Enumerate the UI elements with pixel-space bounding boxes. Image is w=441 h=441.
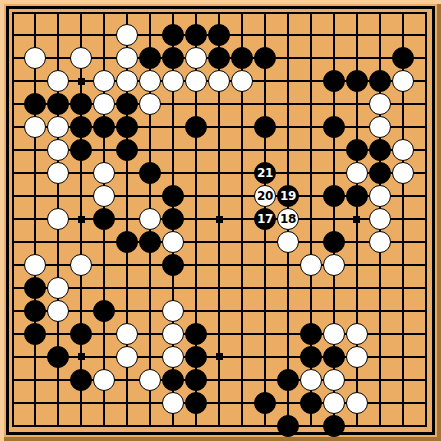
numbered-black-stone: 19 (277, 185, 299, 207)
white-stone (369, 208, 391, 230)
black-stone (369, 70, 391, 92)
white-stone (369, 231, 391, 253)
white-stone (300, 369, 322, 391)
numbered-black-stone: 17 (254, 208, 276, 230)
white-stone (162, 231, 184, 253)
black-stone (277, 415, 299, 437)
black-stone (185, 346, 207, 368)
black-stone (392, 47, 414, 69)
white-stone (116, 323, 138, 345)
grid-line (12, 425, 427, 427)
star-point (216, 216, 223, 223)
white-stone (392, 139, 414, 161)
white-stone (162, 300, 184, 322)
star-point (78, 353, 85, 360)
black-stone (185, 323, 207, 345)
white-stone (346, 346, 368, 368)
black-stone (323, 415, 345, 437)
white-stone (162, 323, 184, 345)
move-number: 17 (257, 213, 273, 225)
numbered-white-stone: 18 (277, 208, 299, 230)
white-stone (346, 323, 368, 345)
white-stone (116, 346, 138, 368)
star-point (78, 216, 85, 223)
grid-line (12, 310, 427, 312)
star-point (78, 78, 85, 85)
black-stone (70, 323, 92, 345)
move-number: 18 (280, 213, 296, 225)
grid-line (425, 12, 427, 427)
white-stone (139, 369, 161, 391)
star-point (216, 353, 223, 360)
black-stone (162, 254, 184, 276)
white-stone (369, 93, 391, 115)
black-stone (277, 369, 299, 391)
black-stone (369, 139, 391, 161)
black-stone (346, 70, 368, 92)
white-stone (277, 231, 299, 253)
black-stone (323, 346, 345, 368)
move-number: 19 (280, 190, 296, 202)
white-stone (392, 70, 414, 92)
move-number: 20 (257, 190, 273, 202)
black-stone (300, 323, 322, 345)
black-stone (185, 392, 207, 414)
go-board: 2120191718 (0, 0, 441, 441)
black-stone (254, 392, 276, 414)
grid-line (12, 241, 427, 243)
white-stone (323, 392, 345, 414)
white-stone (162, 392, 184, 414)
move-number: 21 (257, 167, 273, 179)
black-stone (346, 139, 368, 161)
white-stone (300, 254, 322, 276)
star-point (353, 216, 360, 223)
white-stone (323, 369, 345, 391)
black-stone (47, 346, 69, 368)
white-stone (323, 323, 345, 345)
numbered-white-stone: 20 (254, 185, 276, 207)
white-stone (369, 116, 391, 138)
black-stone (323, 185, 345, 207)
black-stone (300, 392, 322, 414)
numbered-black-stone: 21 (254, 162, 276, 184)
black-stone (93, 300, 115, 322)
white-stone (346, 162, 368, 184)
black-stone (323, 116, 345, 138)
black-stone (162, 369, 184, 391)
black-stone (323, 231, 345, 253)
grid-line (12, 287, 427, 289)
white-stone (346, 392, 368, 414)
white-stone (369, 185, 391, 207)
white-stone (162, 346, 184, 368)
white-stone (392, 162, 414, 184)
black-stone (185, 369, 207, 391)
black-stone (346, 185, 368, 207)
black-stone (300, 346, 322, 368)
white-stone (93, 369, 115, 391)
black-stone (70, 369, 92, 391)
black-stone (323, 70, 345, 92)
black-stone (369, 162, 391, 184)
white-stone (323, 254, 345, 276)
